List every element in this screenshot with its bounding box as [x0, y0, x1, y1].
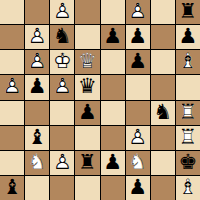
black-king-icon: ♚ — [176, 151, 200, 172]
white-pawn-outline-icon: ♙ — [25, 26, 49, 47]
square-d8[interactable] — [75, 0, 99, 24]
black-pawn-icon: ♟ — [126, 177, 150, 198]
white-pawn[interactable]: ♟♙ — [50, 151, 74, 175]
square-h6[interactable]: ♝♗ — [176, 50, 200, 74]
black-pawn-icon: ♟ — [25, 76, 49, 97]
chess-board: ♟♙♟♙♜♟♙♞♟♟♟♟♙♚♔♛♕♟♝♗♟♙♟♟♙♛♟♞♜♖♝♟♙♜♖♞♘♟♙♜… — [0, 0, 200, 200]
square-e5[interactable] — [101, 75, 125, 99]
square-e1[interactable] — [101, 176, 125, 200]
white-pawn[interactable]: ♟♙ — [126, 126, 150, 150]
square-b6[interactable]: ♟♙ — [25, 50, 49, 74]
white-bishop-outline-icon: ♗ — [176, 51, 200, 72]
black-pawn-icon: ♟ — [101, 26, 125, 47]
black-knight-icon: ♞ — [50, 26, 74, 47]
black-bishop-icon: ♝ — [0, 177, 24, 198]
white-pawn-outline-icon: ♙ — [126, 126, 150, 147]
square-e4[interactable] — [101, 101, 125, 125]
square-h2[interactable]: ♚ — [176, 151, 200, 175]
white-queen-outline-icon: ♕ — [75, 51, 99, 72]
black-queen[interactable]: ♛ — [75, 75, 99, 99]
square-e2[interactable]: ♟ — [101, 151, 125, 175]
square-d7[interactable] — [75, 25, 99, 49]
white-pawn-outline-icon: ♙ — [25, 51, 49, 72]
black-pawn[interactable]: ♟ — [25, 75, 49, 99]
square-c6[interactable]: ♚♔ — [50, 50, 74, 74]
white-king[interactable]: ♚♔ — [50, 50, 74, 74]
black-pawn-icon: ♟ — [126, 26, 150, 47]
white-rook-outline-icon: ♖ — [176, 126, 200, 147]
square-a8[interactable] — [0, 0, 24, 24]
square-a1[interactable]: ♝ — [0, 176, 24, 200]
square-d2[interactable]: ♜ — [75, 151, 99, 175]
white-pawn[interactable]: ♟♙ — [50, 75, 74, 99]
square-c4[interactable] — [50, 101, 74, 125]
square-f4[interactable] — [126, 101, 150, 125]
black-pawn[interactable]: ♟ — [75, 101, 99, 125]
black-pawn[interactable]: ♟ — [126, 176, 150, 200]
black-pawn-icon: ♟ — [126, 51, 150, 72]
square-c8[interactable]: ♟♙ — [50, 0, 74, 24]
square-e8[interactable] — [101, 0, 125, 24]
square-d1[interactable] — [75, 176, 99, 200]
square-f7[interactable]: ♟ — [126, 25, 150, 49]
square-h4[interactable]: ♜♖ — [176, 101, 200, 125]
square-b4[interactable] — [25, 101, 49, 125]
square-g8[interactable] — [151, 0, 175, 24]
black-rook-icon: ♜ — [176, 1, 200, 22]
white-pawn-outline-icon: ♙ — [50, 76, 74, 97]
black-pawn[interactable]: ♟ — [101, 151, 125, 175]
white-rook[interactable]: ♜♖ — [176, 101, 200, 125]
square-d6[interactable]: ♛♕ — [75, 50, 99, 74]
black-rook[interactable]: ♜ — [75, 151, 99, 175]
square-g6[interactable] — [151, 50, 175, 74]
square-d4[interactable]: ♟ — [75, 101, 99, 125]
square-h5[interactable] — [176, 75, 200, 99]
square-h8[interactable]: ♜ — [176, 0, 200, 24]
square-a4[interactable] — [0, 101, 24, 125]
black-rook[interactable]: ♜ — [176, 0, 200, 24]
square-e3[interactable] — [101, 126, 125, 150]
square-c2[interactable]: ♟♙ — [50, 151, 74, 175]
square-c7[interactable]: ♞ — [50, 25, 74, 49]
square-a2[interactable] — [0, 151, 24, 175]
square-b8[interactable] — [25, 0, 49, 24]
square-h7[interactable]: ♟ — [176, 25, 200, 49]
black-king[interactable]: ♚ — [176, 151, 200, 175]
square-b3[interactable]: ♝ — [25, 126, 49, 150]
square-b1[interactable] — [25, 176, 49, 200]
square-f3[interactable]: ♟♙ — [126, 126, 150, 150]
square-b2[interactable]: ♞♘ — [25, 151, 49, 175]
white-rook[interactable]: ♜♖ — [176, 126, 200, 150]
white-bishop[interactable]: ♝♗ — [176, 176, 200, 200]
black-bishop[interactable]: ♝ — [0, 176, 24, 200]
white-pawn[interactable]: ♟♙ — [25, 50, 49, 74]
square-g4[interactable]: ♞ — [151, 101, 175, 125]
white-pawn-outline-icon: ♙ — [0, 76, 24, 97]
white-pawn[interactable]: ♟♙ — [0, 75, 24, 99]
white-king-outline-icon: ♔ — [50, 51, 74, 72]
square-f6[interactable]: ♟ — [126, 50, 150, 74]
square-h3[interactable]: ♜♖ — [176, 126, 200, 150]
black-knight[interactable]: ♞ — [50, 25, 74, 49]
square-g1[interactable] — [151, 176, 175, 200]
white-bishop[interactable]: ♝♗ — [176, 50, 200, 74]
square-c3[interactable] — [50, 126, 74, 150]
black-queen-icon: ♛ — [75, 76, 99, 97]
white-knight[interactable]: ♞♘ — [25, 151, 49, 175]
square-g2[interactable] — [151, 151, 175, 175]
square-h1[interactable]: ♝♗ — [176, 176, 200, 200]
black-knight-icon: ♞ — [151, 101, 175, 122]
black-pawn-icon: ♟ — [75, 101, 99, 122]
black-bishop-icon: ♝ — [25, 126, 49, 147]
black-pawn[interactable]: ♟ — [126, 50, 150, 74]
white-pawn[interactable]: ♟♙ — [25, 25, 49, 49]
square-d5[interactable]: ♛ — [75, 75, 99, 99]
square-g3[interactable] — [151, 126, 175, 150]
white-knight[interactable]: ♞♘ — [126, 151, 150, 175]
square-e6[interactable] — [101, 50, 125, 74]
square-d3[interactable] — [75, 126, 99, 150]
square-e7[interactable]: ♟ — [101, 25, 125, 49]
black-rook-icon: ♜ — [75, 151, 99, 172]
white-queen[interactable]: ♛♕ — [75, 50, 99, 74]
white-bishop-outline-icon: ♗ — [176, 177, 200, 198]
white-pawn-outline-icon: ♙ — [50, 1, 74, 22]
black-bishop[interactable]: ♝ — [25, 126, 49, 150]
square-a7[interactable] — [0, 25, 24, 49]
black-pawn[interactable]: ♟ — [126, 25, 150, 49]
square-f1[interactable]: ♟ — [126, 176, 150, 200]
square-a5[interactable]: ♟♙ — [0, 75, 24, 99]
black-pawn-icon: ♟ — [176, 26, 200, 47]
white-pawn-outline-icon: ♙ — [50, 151, 74, 172]
square-a6[interactable] — [0, 50, 24, 74]
black-pawn[interactable]: ♟ — [101, 25, 125, 49]
square-a3[interactable] — [0, 126, 24, 150]
square-b7[interactable]: ♟♙ — [25, 25, 49, 49]
square-f8[interactable]: ♟♙ — [126, 0, 150, 24]
white-knight-outline-icon: ♘ — [126, 151, 150, 172]
square-b5[interactable]: ♟ — [25, 75, 49, 99]
square-g5[interactable] — [151, 75, 175, 99]
white-pawn[interactable]: ♟♙ — [126, 0, 150, 24]
square-c1[interactable] — [50, 176, 74, 200]
white-knight-outline-icon: ♘ — [25, 151, 49, 172]
white-pawn[interactable]: ♟♙ — [50, 0, 74, 24]
square-g7[interactable] — [151, 25, 175, 49]
white-pawn-outline-icon: ♙ — [126, 1, 150, 22]
white-rook-outline-icon: ♖ — [176, 101, 200, 122]
square-f5[interactable] — [126, 75, 150, 99]
square-c5[interactable]: ♟♙ — [50, 75, 74, 99]
black-pawn[interactable]: ♟ — [176, 25, 200, 49]
square-f2[interactable]: ♞♘ — [126, 151, 150, 175]
black-knight[interactable]: ♞ — [151, 101, 175, 125]
black-pawn-icon: ♟ — [101, 151, 125, 172]
